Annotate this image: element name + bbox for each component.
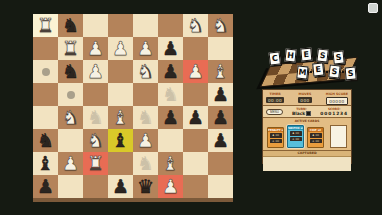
square-d1[interactable]: ♟	[108, 175, 133, 198]
square-h6[interactable]: ♝	[208, 60, 233, 83]
white-pawn-piece: ♟	[133, 37, 158, 60]
square-c2[interactable]: ♜	[83, 152, 108, 175]
square-b5[interactable]	[58, 83, 83, 106]
logo-text-chess: CHESS	[268, 50, 345, 63]
stat-moves: MOVES 000	[298, 92, 311, 103]
square-h8[interactable]: ♞	[208, 14, 233, 37]
stat-highscore-label: HIGH SCORE	[326, 92, 348, 96]
logo-letter: S	[332, 50, 344, 64]
card-value-row: ♟ 00	[310, 133, 322, 138]
white-pawn-piece: ♟	[183, 60, 208, 83]
card-slot-empty[interactable]	[330, 125, 347, 148]
logo-letter: S	[328, 64, 341, 78]
square-g8[interactable]: ♞	[183, 14, 208, 37]
square-a4[interactable]	[33, 106, 58, 129]
turn-indicator: TURN: Black	[292, 107, 311, 116]
logo-letter: H	[284, 48, 296, 62]
stat-highscore: HIGH SCORE 00000	[326, 92, 348, 105]
black-pawn-piece: ♟	[158, 60, 183, 83]
square-b2[interactable]: ♟	[58, 152, 83, 175]
square-d5[interactable]	[108, 83, 133, 106]
black-bishop-piece: ♝	[33, 152, 58, 175]
square-f5[interactable]: ♞	[158, 83, 183, 106]
white-knight-piece: ♞	[208, 14, 233, 37]
square-g5[interactable]	[183, 83, 208, 106]
square-e2[interactable]: ♞	[133, 152, 158, 175]
stat-timer-label: TIMER	[269, 92, 280, 96]
score-value: 0001234	[320, 111, 348, 116]
square-g2[interactable]	[183, 152, 208, 175]
square-b1[interactable]	[58, 175, 83, 198]
square-b3[interactable]	[58, 129, 83, 152]
turn-color-chip-icon	[306, 111, 311, 116]
captured-tray	[263, 157, 351, 171]
white-bishop-piece: ♝	[208, 60, 233, 83]
card-penalty-x2[interactable]: PENALTY x2♟ 00♙ 00	[267, 127, 284, 148]
square-f3[interactable]	[158, 129, 183, 152]
logo-dot	[310, 71, 312, 73]
white-rook-piece: ♜	[58, 37, 83, 60]
black-pawn-piece: ♟	[208, 129, 233, 152]
black-knight-piece: ♞	[33, 129, 58, 152]
square-g6[interactable]: ♟	[183, 60, 208, 83]
white-rook-piece: ♜	[33, 14, 58, 37]
black-knight-piece: ♞	[58, 14, 83, 37]
square-h7[interactable]	[208, 37, 233, 60]
board: ♜♞♞♞♜♟♟♟♟♞♟♞♟♟♝♞♟♞♞♝♞♟♟♟♞♞♝♟♟♝♟♜♞♝♟♟♛♟	[33, 14, 233, 198]
card-value-row: ♟ 00	[290, 131, 302, 136]
ghost-knight-piece: ♞	[133, 106, 158, 129]
stat-moves-value: 000	[298, 97, 311, 103]
logo-letter: E	[312, 62, 324, 76]
square-e5[interactable]	[133, 83, 158, 106]
square-e8[interactable]	[133, 14, 158, 37]
square-b6[interactable]: ♞	[58, 60, 83, 83]
square-a8[interactable]: ♜	[33, 14, 58, 37]
logo-letter: S	[316, 48, 329, 62]
square-h1[interactable]	[208, 175, 233, 198]
white-pawn-piece: ♟	[58, 152, 83, 175]
square-c7[interactable]: ♟	[83, 37, 108, 60]
square-a5[interactable]	[33, 83, 58, 106]
square-g4[interactable]: ♟	[183, 106, 208, 129]
logo-dot	[314, 56, 316, 58]
black-pawn-piece: ♟	[108, 175, 133, 198]
black-pawn-piece: ♟	[158, 37, 183, 60]
app-window: ♜♞♞♞♜♟♟♟♟♞♟♞♟♟♝♞♟♞♞♝♞♟♟♟♞♞♝♟♟♝♟♜♞♝♟♟♛♟ C…	[0, 0, 382, 215]
square-a7[interactable]	[33, 37, 58, 60]
square-b4[interactable]: ♞	[58, 106, 83, 129]
square-f1[interactable]: ♟	[158, 175, 183, 198]
black-pawn-piece: ♟	[33, 175, 58, 198]
black-knight-piece: ♞	[58, 60, 83, 83]
menu-button[interactable]: MENU	[266, 109, 283, 115]
square-g3[interactable]	[183, 129, 208, 152]
square-g1[interactable]	[183, 175, 208, 198]
logo-dot	[298, 56, 300, 58]
white-knight-piece: ♞	[58, 106, 83, 129]
logo-dot	[342, 71, 344, 73]
card-value-row: ♙ 00	[270, 139, 282, 144]
logo-dot	[326, 71, 328, 73]
stats-row: TIMER 00:00 MOVES 000 HIGH SCORE 00000	[263, 90, 351, 105]
square-c3[interactable]: ♞	[83, 129, 108, 152]
square-d3[interactable]: ♝	[108, 129, 133, 152]
black-pawn-piece: ♟	[208, 106, 233, 129]
black-pawn-piece: ♟	[158, 106, 183, 129]
square-b8[interactable]: ♞	[58, 14, 83, 37]
card-switch-x2[interactable]: SWITCH x2♟ 00♙ 00	[287, 125, 304, 148]
white-pawn-piece: ♟	[83, 60, 108, 83]
white-knight-piece: ♞	[133, 60, 158, 83]
square-e6[interactable]: ♞	[133, 60, 158, 83]
square-d7[interactable]: ♟	[108, 37, 133, 60]
card-value-row: ♙ 00	[310, 139, 322, 144]
square-c8[interactable]	[83, 14, 108, 37]
logo: CHESS MESS	[259, 49, 359, 91]
white-knight-piece: ♞	[183, 14, 208, 37]
side-panel: TIMER 00:00 MOVES 000 HIGH SCORE 00000 M…	[262, 89, 352, 164]
square-d2[interactable]	[108, 152, 133, 175]
board-edge	[33, 198, 233, 202]
cards-section: ACTIVE CARDS PENALTY x2♟ 00♙ 00SWITCH x2…	[263, 118, 351, 151]
stat-moves-label: MOVES	[299, 92, 312, 96]
square-a2[interactable]: ♝	[33, 152, 58, 175]
logo-letter: M	[296, 65, 308, 79]
logo-letter: E	[300, 48, 312, 62]
score-indicator: SCORE: 0001234	[320, 107, 348, 116]
square-d6[interactable]	[108, 60, 133, 83]
card-chip-x2[interactable]: CHIP x2♟ 00♙ 00	[307, 127, 324, 148]
square-c6[interactable]: ♟	[83, 60, 108, 83]
square-e3[interactable]: ♟	[133, 129, 158, 152]
square-c4[interactable]: ♞	[83, 106, 108, 129]
white-knight-piece: ♞	[83, 129, 108, 152]
square-f8[interactable]	[158, 14, 183, 37]
square-e1[interactable]: ♛	[133, 175, 158, 198]
white-rook-piece: ♜	[83, 152, 108, 175]
white-pawn-piece: ♟	[108, 37, 133, 60]
square-c5[interactable]	[83, 83, 108, 106]
card-header: PENALTY x2	[268, 128, 283, 132]
white-pawn-piece: ♟	[158, 175, 183, 198]
white-pawn-piece: ♟	[83, 37, 108, 60]
black-pawn-piece: ♟	[183, 106, 208, 129]
square-f7[interactable]: ♟	[158, 37, 183, 60]
card-header: CHIP x2	[308, 128, 323, 132]
square-h3[interactable]: ♟	[208, 129, 233, 152]
square-f2[interactable]: ♝	[158, 152, 183, 175]
square-c1[interactable]	[83, 175, 108, 198]
square-f6[interactable]: ♟	[158, 60, 183, 83]
logo-dot	[282, 56, 284, 58]
black-pawn-piece: ♟	[208, 83, 233, 106]
square-d8[interactable]	[108, 14, 133, 37]
square-h2[interactable]	[208, 152, 233, 175]
white-bishop-piece: ♝	[108, 106, 133, 129]
card-value-row: ♟ 00	[270, 133, 282, 138]
logo-dot	[330, 56, 332, 58]
square-d4[interactable]: ♝	[108, 106, 133, 129]
square-h4[interactable]: ♟	[208, 106, 233, 129]
square-f4[interactable]: ♟	[158, 106, 183, 129]
stat-timer-value: 00:00	[266, 97, 284, 103]
logo-letter: S	[345, 67, 357, 81]
square-a6[interactable]	[33, 60, 58, 83]
square-a1[interactable]: ♟	[33, 175, 58, 198]
square-g7[interactable]	[183, 37, 208, 60]
square-e4[interactable]: ♞	[133, 106, 158, 129]
cards-row: PENALTY x2♟ 00♙ 00SWITCH x2♟ 00♙ 00CHIP …	[263, 123, 351, 150]
white-bishop-piece: ♝	[158, 152, 183, 175]
logo-text-mess: MESS	[296, 65, 357, 78]
ghost-knight-piece: ♞	[133, 152, 158, 175]
stat-highscore-value: 00000	[326, 97, 347, 105]
card-header: SWITCH x2	[288, 126, 303, 130]
turn-value: Black	[292, 111, 305, 116]
controls-row: MENU TURN: Black SCORE: 0001234	[263, 105, 351, 118]
fullscreen-icon[interactable]	[368, 3, 378, 13]
black-bishop-piece: ♝	[108, 129, 133, 152]
white-pawn-piece: ♟	[133, 129, 158, 152]
square-h5[interactable]: ♟	[208, 83, 233, 106]
square-e7[interactable]: ♟	[133, 37, 158, 60]
square-a3[interactable]: ♞	[33, 129, 58, 152]
black-queen-piece: ♛	[133, 175, 158, 198]
ghost-knight-piece: ♞	[158, 83, 183, 106]
card-value-row: ♙ 00	[290, 137, 302, 142]
logo-letter: C	[268, 51, 281, 65]
ghost-knight-piece: ♞	[83, 106, 108, 129]
square-b7[interactable]: ♜	[58, 37, 83, 60]
stat-timer: TIMER 00:00	[266, 92, 284, 103]
